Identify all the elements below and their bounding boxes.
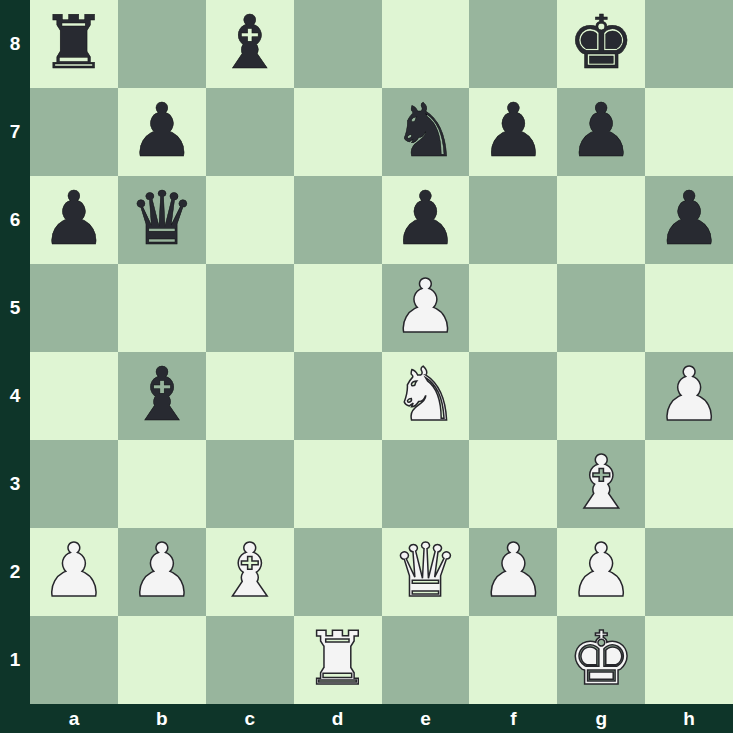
piece-white-queen[interactable]: ♛	[392, 533, 458, 607]
file-label-g: g	[557, 704, 645, 733]
square-f8[interactable]	[469, 0, 557, 88]
piece-white-pawn[interactable]: ♟	[656, 357, 722, 431]
square-e1[interactable]	[382, 616, 470, 704]
rank-label-7: 7	[0, 88, 30, 176]
file-label-h: h	[645, 704, 733, 733]
piece-white-pawn[interactable]: ♟	[480, 533, 546, 607]
square-c2[interactable]: ♝	[206, 528, 294, 616]
piece-black-rook[interactable]: ♜	[41, 5, 107, 79]
square-d5[interactable]	[294, 264, 382, 352]
square-b6[interactable]: ♛	[118, 176, 206, 264]
square-f1[interactable]	[469, 616, 557, 704]
square-c1[interactable]	[206, 616, 294, 704]
square-c6[interactable]	[206, 176, 294, 264]
square-h1[interactable]	[645, 616, 733, 704]
file-label-b: b	[118, 704, 206, 733]
piece-white-knight[interactable]: ♞	[392, 357, 458, 431]
piece-white-bishop[interactable]: ♝	[217, 533, 283, 607]
square-f2[interactable]: ♟	[469, 528, 557, 616]
square-h5[interactable]	[645, 264, 733, 352]
square-e8[interactable]	[382, 0, 470, 88]
square-f5[interactable]	[469, 264, 557, 352]
square-g7[interactable]: ♟	[557, 88, 645, 176]
square-e2[interactable]: ♛	[382, 528, 470, 616]
square-e4[interactable]: ♞	[382, 352, 470, 440]
square-b1[interactable]	[118, 616, 206, 704]
square-f3[interactable]	[469, 440, 557, 528]
square-d3[interactable]	[294, 440, 382, 528]
square-a2[interactable]: ♟	[30, 528, 118, 616]
board-frame-corner	[0, 704, 30, 733]
rank-label-3: 3	[0, 440, 30, 528]
square-f6[interactable]	[469, 176, 557, 264]
square-h6[interactable]: ♟	[645, 176, 733, 264]
file-labels: abcdefgh	[30, 704, 733, 733]
square-e7[interactable]: ♞	[382, 88, 470, 176]
piece-black-bishop[interactable]: ♝	[217, 5, 283, 79]
square-a1[interactable]	[30, 616, 118, 704]
piece-black-pawn[interactable]: ♟	[392, 181, 458, 255]
square-e5[interactable]: ♟	[382, 264, 470, 352]
square-g8[interactable]: ♚	[557, 0, 645, 88]
piece-black-queen[interactable]: ♛	[129, 181, 195, 255]
square-e3[interactable]	[382, 440, 470, 528]
square-h8[interactable]	[645, 0, 733, 88]
piece-black-pawn[interactable]: ♟	[568, 93, 634, 167]
file-label-a: a	[30, 704, 118, 733]
square-h4[interactable]: ♟	[645, 352, 733, 440]
square-e6[interactable]: ♟	[382, 176, 470, 264]
piece-black-pawn[interactable]: ♟	[129, 93, 195, 167]
square-a5[interactable]	[30, 264, 118, 352]
piece-white-bishop[interactable]: ♝	[568, 445, 634, 519]
piece-black-pawn[interactable]: ♟	[41, 181, 107, 255]
square-c5[interactable]	[206, 264, 294, 352]
square-g6[interactable]	[557, 176, 645, 264]
square-b4[interactable]: ♝	[118, 352, 206, 440]
square-f7[interactable]: ♟	[469, 88, 557, 176]
file-label-d: d	[294, 704, 382, 733]
piece-white-king[interactable]: ♚	[568, 621, 634, 695]
piece-black-pawn[interactable]: ♟	[480, 93, 546, 167]
file-label-e: e	[382, 704, 470, 733]
square-f4[interactable]	[469, 352, 557, 440]
rank-label-2: 2	[0, 528, 30, 616]
square-h7[interactable]	[645, 88, 733, 176]
square-a6[interactable]: ♟	[30, 176, 118, 264]
piece-black-pawn[interactable]: ♟	[656, 181, 722, 255]
piece-white-pawn[interactable]: ♟	[41, 533, 107, 607]
square-a7[interactable]	[30, 88, 118, 176]
square-g4[interactable]	[557, 352, 645, 440]
square-d8[interactable]	[294, 0, 382, 88]
square-b8[interactable]	[118, 0, 206, 88]
square-a3[interactable]	[30, 440, 118, 528]
piece-black-bishop[interactable]: ♝	[129, 357, 195, 431]
square-a8[interactable]: ♜	[30, 0, 118, 88]
square-g2[interactable]: ♟	[557, 528, 645, 616]
square-h3[interactable]	[645, 440, 733, 528]
square-g3[interactable]: ♝	[557, 440, 645, 528]
square-b2[interactable]: ♟	[118, 528, 206, 616]
piece-white-rook[interactable]: ♜	[304, 621, 370, 695]
square-d4[interactable]	[294, 352, 382, 440]
chess-board-frame: 87654321 ♜♝♚♟♞♟♟♟♛♟♟♟♝♞♟♝♟♟♝♛♟♟♜♚ abcdef…	[0, 0, 733, 733]
piece-black-knight[interactable]: ♞	[392, 93, 458, 167]
square-b7[interactable]: ♟	[118, 88, 206, 176]
rank-label-8: 8	[0, 0, 30, 88]
piece-black-king[interactable]: ♚	[568, 5, 634, 79]
piece-white-pawn[interactable]: ♟	[129, 533, 195, 607]
square-g5[interactable]	[557, 264, 645, 352]
rank-label-1: 1	[0, 616, 30, 704]
rank-label-6: 6	[0, 176, 30, 264]
piece-white-pawn[interactable]: ♟	[392, 269, 458, 343]
square-c3[interactable]	[206, 440, 294, 528]
square-d2[interactable]	[294, 528, 382, 616]
piece-white-pawn[interactable]: ♟	[568, 533, 634, 607]
square-c7[interactable]	[206, 88, 294, 176]
square-b3[interactable]	[118, 440, 206, 528]
rank-labels: 87654321	[0, 0, 30, 704]
square-c8[interactable]: ♝	[206, 0, 294, 88]
file-label-c: c	[206, 704, 294, 733]
square-g1[interactable]: ♚	[557, 616, 645, 704]
square-d1[interactable]: ♜	[294, 616, 382, 704]
square-d7[interactable]	[294, 88, 382, 176]
board: ♜♝♚♟♞♟♟♟♛♟♟♟♝♞♟♝♟♟♝♛♟♟♜♚	[30, 0, 733, 704]
square-c4[interactable]	[206, 352, 294, 440]
file-label-f: f	[469, 704, 557, 733]
square-d6[interactable]	[294, 176, 382, 264]
square-h2[interactable]	[645, 528, 733, 616]
rank-label-4: 4	[0, 352, 30, 440]
square-a4[interactable]	[30, 352, 118, 440]
rank-label-5: 5	[0, 264, 30, 352]
square-b5[interactable]	[118, 264, 206, 352]
